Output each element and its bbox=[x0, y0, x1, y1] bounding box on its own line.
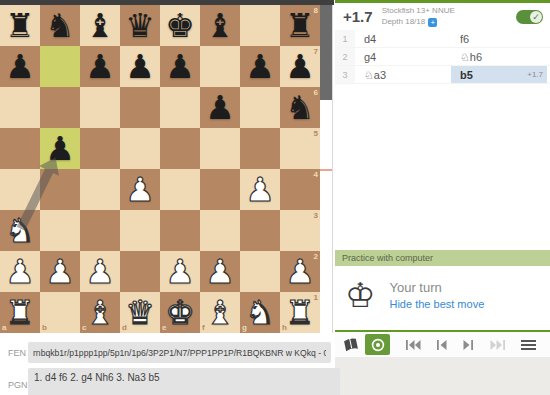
move-row: 3♘a3b5+1.7 bbox=[335, 66, 550, 84]
piece-black-knight[interactable]: ♞ bbox=[280, 87, 320, 128]
panel-bottom-filler bbox=[335, 357, 550, 395]
piece-black-king[interactable]: ♚ bbox=[160, 5, 200, 46]
analysis-panel: +1.7 Stockfish 13+ NNUE Depth 18/18 + ✓ … bbox=[335, 0, 550, 395]
square-c3[interactable] bbox=[80, 210, 120, 251]
square-e4[interactable] bbox=[160, 169, 200, 210]
rank-coordinate: 3 bbox=[314, 211, 318, 220]
square-b2[interactable]: ♟ bbox=[40, 251, 80, 292]
piece-white-bishop[interactable]: ♝ bbox=[80, 292, 120, 333]
square-c8[interactable]: ♝ bbox=[80, 5, 120, 46]
engine-toggle-check-icon: ✓ bbox=[530, 11, 542, 23]
square-h3[interactable]: 3 bbox=[280, 210, 320, 251]
move-3-black[interactable]: b5+1.7 bbox=[451, 66, 547, 83]
move-number: 1 bbox=[335, 30, 355, 47]
move-eval: +1.7 bbox=[527, 66, 543, 84]
square-g6[interactable] bbox=[240, 87, 280, 128]
square-e1[interactable]: e♚ bbox=[160, 292, 200, 333]
eval-gauge-black-share bbox=[320, 5, 332, 100]
square-e7[interactable]: ♟ bbox=[160, 46, 200, 87]
piece-black-pawn[interactable]: ♟ bbox=[240, 46, 280, 87]
square-c4[interactable] bbox=[80, 169, 120, 210]
menu-icon[interactable] bbox=[521, 339, 536, 351]
square-e2[interactable]: ♟ bbox=[160, 251, 200, 292]
practice-section-title: Practice with computer bbox=[335, 250, 550, 266]
eval-gauge-midpoint-tick bbox=[320, 169, 332, 171]
move-number: 2 bbox=[335, 48, 355, 65]
practice-toggle-icon[interactable] bbox=[365, 334, 390, 355]
square-g2[interactable] bbox=[240, 251, 280, 292]
square-h2[interactable]: 2♟ bbox=[280, 251, 320, 292]
piece-black-pawn[interactable]: ♟ bbox=[120, 46, 160, 87]
square-e6[interactable] bbox=[160, 87, 200, 128]
square-f7[interactable] bbox=[200, 46, 240, 87]
square-a1[interactable]: a♜ bbox=[0, 292, 40, 333]
skip-first-icon[interactable] bbox=[406, 339, 421, 351]
piece-black-bishop[interactable]: ♝ bbox=[200, 5, 240, 46]
skip-last-icon[interactable] bbox=[490, 339, 505, 351]
piece-black-pawn[interactable]: ♟ bbox=[0, 46, 40, 87]
step-forward-icon[interactable] bbox=[463, 339, 473, 351]
move-1-black[interactable]: f6 bbox=[451, 30, 547, 47]
square-d6[interactable] bbox=[120, 87, 160, 128]
square-b7[interactable] bbox=[40, 46, 80, 87]
square-e8[interactable]: ♚ bbox=[160, 5, 200, 46]
opening-book-icon[interactable] bbox=[341, 335, 361, 355]
square-c6[interactable] bbox=[80, 87, 120, 128]
square-c2[interactable]: ♟ bbox=[80, 251, 120, 292]
engine-header: +1.7 Stockfish 13+ NNUE Depth 18/18 + ✓ bbox=[335, 3, 550, 30]
square-e3[interactable] bbox=[160, 210, 200, 251]
square-b6[interactable] bbox=[40, 87, 80, 128]
piece-black-pawn[interactable]: ♟ bbox=[160, 46, 200, 87]
piece-black-pawn[interactable]: ♟ bbox=[40, 128, 80, 169]
piece-white-pawn[interactable]: ♟ bbox=[120, 169, 160, 210]
piece-black-queen[interactable]: ♛ bbox=[120, 5, 160, 46]
square-h1[interactable]: 1h♜ bbox=[280, 292, 320, 333]
piece-white-pawn[interactable]: ♟ bbox=[160, 251, 200, 292]
square-d1[interactable]: d♛ bbox=[120, 292, 160, 333]
square-c5[interactable] bbox=[80, 128, 120, 169]
chess-board-area: ♜♞♝♛♚♝8♜♟♟♟♟♟7♟♟6♞♟5♟♟4♞3♟♟♟♟♟2♟a♜bc♝d♛e… bbox=[0, 5, 320, 333]
square-a3[interactable]: ♞ bbox=[0, 210, 40, 251]
fen-label: FEN bbox=[8, 348, 26, 358]
analysis-page: ♜♞♝♛♚♝8♜♟♟♟♟♟7♟♟6♞♟5♟♟4♞3♟♟♟♟♟2♟a♜bc♝d♛e… bbox=[0, 0, 550, 395]
square-b1[interactable]: b bbox=[40, 292, 80, 333]
square-c7[interactable]: ♟ bbox=[80, 46, 120, 87]
practice-section: Practice with computer ♔ Your turn Hide … bbox=[335, 250, 550, 324]
square-g5[interactable] bbox=[240, 128, 280, 169]
pgn-label: PGN bbox=[8, 380, 28, 390]
hide-best-move-link[interactable]: Hide the best move bbox=[389, 298, 484, 310]
square-h8[interactable]: 8♜ bbox=[280, 5, 320, 46]
piece-black-pawn[interactable]: ♟ bbox=[80, 46, 120, 87]
move-list: 1d4f62g4♘h63♘a3b5+1.7 bbox=[335, 30, 550, 84]
square-b4[interactable] bbox=[40, 169, 80, 210]
square-d4[interactable]: ♟ bbox=[120, 169, 160, 210]
square-f1[interactable]: f♝ bbox=[200, 292, 240, 333]
piece-black-knight[interactable]: ♞ bbox=[40, 5, 80, 46]
piece-white-pawn[interactable]: ♟ bbox=[0, 251, 40, 292]
move-row: 2g4♘h6 bbox=[335, 48, 550, 66]
engine-toggle[interactable]: ✓ bbox=[516, 10, 543, 24]
piece-white-pawn[interactable]: ♟ bbox=[40, 251, 80, 292]
square-f4[interactable] bbox=[200, 169, 240, 210]
deeper-analysis-icon[interactable]: + bbox=[428, 18, 437, 27]
chess-board: ♜♞♝♛♚♝8♜♟♟♟♟♟7♟♟6♞♟5♟♟4♞3♟♟♟♟♟2♟a♜bc♝d♛e… bbox=[0, 5, 320, 333]
square-b5[interactable]: ♟ bbox=[40, 128, 80, 169]
square-f2[interactable]: ♟ bbox=[200, 251, 240, 292]
square-f5[interactable] bbox=[200, 128, 240, 169]
piece-black-rook[interactable]: ♜ bbox=[280, 5, 320, 46]
piece-black-bishop[interactable]: ♝ bbox=[80, 5, 120, 46]
piece-white-bishop[interactable]: ♝ bbox=[200, 292, 240, 333]
piece-white-pawn[interactable]: ♟ bbox=[200, 251, 240, 292]
square-g7[interactable]: ♟ bbox=[240, 46, 280, 87]
practice-status: Your turn bbox=[389, 280, 484, 295]
piece-white-knight[interactable]: ♞ bbox=[240, 292, 280, 333]
square-g8[interactable] bbox=[240, 5, 280, 46]
pgn-input[interactable]: 1. d4 f6 2. g4 Nh6 3. Na3 b5 bbox=[28, 368, 340, 395]
square-d2[interactable] bbox=[120, 251, 160, 292]
square-d3[interactable] bbox=[120, 210, 160, 251]
square-b3[interactable] bbox=[40, 210, 80, 251]
file-coordinate: b bbox=[42, 323, 47, 332]
square-g4[interactable]: ♟ bbox=[240, 169, 280, 210]
fen-input[interactable] bbox=[28, 342, 331, 363]
square-e5[interactable] bbox=[160, 128, 200, 169]
piece-black-rook[interactable]: ♜ bbox=[0, 5, 40, 46]
eval-gauge bbox=[320, 5, 333, 333]
piece-white-queen[interactable]: ♛ bbox=[120, 292, 160, 333]
piece-white-rook[interactable]: ♜ bbox=[0, 292, 40, 333]
square-a2[interactable]: ♟ bbox=[0, 251, 40, 292]
engine-eval: +1.7 bbox=[343, 8, 373, 25]
move-2-black[interactable]: ♘h6 bbox=[451, 48, 547, 65]
square-c1[interactable]: c♝ bbox=[80, 292, 120, 333]
square-a5[interactable] bbox=[0, 128, 40, 169]
move-1-white[interactable]: d4 bbox=[355, 30, 451, 47]
square-b8[interactable]: ♞ bbox=[40, 5, 80, 46]
square-d8[interactable]: ♛ bbox=[120, 5, 160, 46]
piece-black-pawn[interactable]: ♟ bbox=[200, 87, 240, 128]
piece-white-rook[interactable]: ♜ bbox=[280, 292, 320, 333]
piece-white-pawn[interactable]: ♟ bbox=[240, 169, 280, 210]
square-f3[interactable] bbox=[200, 210, 240, 251]
square-a7[interactable]: ♟ bbox=[0, 46, 40, 87]
move-row: 1d4f6 bbox=[335, 30, 550, 48]
piece-white-pawn[interactable]: ♟ bbox=[80, 251, 120, 292]
square-h4[interactable]: 4 bbox=[280, 169, 320, 210]
square-a4[interactable] bbox=[0, 169, 40, 210]
square-f8[interactable]: ♝ bbox=[200, 5, 240, 46]
square-g1[interactable]: g♞ bbox=[240, 292, 280, 333]
engine-info: Stockfish 13+ NNUE Depth 18/18 + bbox=[382, 6, 516, 27]
square-d7[interactable]: ♟ bbox=[120, 46, 160, 87]
rank-coordinate: 4 bbox=[314, 170, 318, 179]
piece-black-pawn[interactable]: ♟ bbox=[280, 46, 320, 87]
square-g3[interactable] bbox=[240, 210, 280, 251]
move-number: 3 bbox=[335, 66, 355, 83]
square-h7[interactable]: 7♟ bbox=[280, 46, 320, 87]
jump-toolbar bbox=[335, 332, 550, 357]
piece-white-knight[interactable]: ♞ bbox=[0, 210, 40, 251]
move-2-white[interactable]: g4 bbox=[355, 48, 451, 65]
rank-coordinate: 5 bbox=[314, 129, 318, 138]
square-h5[interactable]: 5 bbox=[280, 128, 320, 169]
engine-name: Stockfish 13+ NNUE bbox=[382, 6, 516, 16]
step-back-icon[interactable] bbox=[437, 339, 447, 351]
piece-white-king[interactable]: ♚ bbox=[160, 292, 200, 333]
square-h6[interactable]: 6♞ bbox=[280, 87, 320, 128]
square-f6[interactable]: ♟ bbox=[200, 87, 240, 128]
square-a8[interactable]: ♜ bbox=[0, 5, 40, 46]
square-d5[interactable] bbox=[120, 128, 160, 169]
engine-depth: Depth 18/18 bbox=[382, 17, 426, 27]
fen-pgn-section: FEN PGN 1. d4 f6 2. g4 Nh6 3. Na3 b5 bbox=[0, 333, 335, 395]
move-3-white[interactable]: ♘a3 bbox=[355, 66, 451, 83]
white-king-icon: ♔ bbox=[345, 275, 375, 315]
square-a6[interactable] bbox=[0, 87, 40, 128]
piece-white-pawn[interactable]: ♟ bbox=[280, 251, 320, 292]
